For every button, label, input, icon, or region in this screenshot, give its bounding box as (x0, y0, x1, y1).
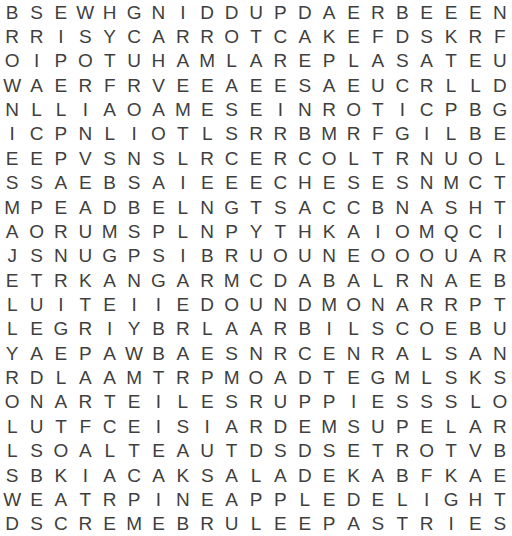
grid-cell[interactable]: L (244, 463, 268, 487)
grid-cell[interactable]: H (463, 195, 487, 219)
grid-cell[interactable]: N (317, 244, 341, 268)
grid-cell[interactable]: B (146, 341, 170, 365)
grid-cell[interactable]: A (98, 365, 122, 389)
grid-cell[interactable]: S (0, 463, 24, 487)
grid-cell[interactable]: E (0, 146, 24, 170)
grid-cell[interactable]: A (219, 414, 243, 438)
grid-cell[interactable]: C (268, 171, 292, 195)
grid-cell[interactable]: R (317, 97, 341, 121)
grid-cell[interactable]: E (268, 73, 292, 97)
grid-cell[interactable]: E (293, 414, 317, 438)
grid-cell[interactable]: S (122, 171, 146, 195)
grid-cell[interactable]: A (439, 268, 463, 292)
grid-cell[interactable]: E (463, 49, 487, 73)
grid-cell[interactable]: A (0, 219, 24, 243)
grid-cell[interactable]: P (268, 487, 292, 511)
grid-cell[interactable]: P (293, 390, 317, 414)
grid-cell[interactable]: N (24, 390, 48, 414)
grid-cell[interactable]: A (268, 463, 292, 487)
grid-cell[interactable]: A (219, 317, 243, 341)
grid-cell[interactable]: E (293, 512, 317, 536)
grid-cell[interactable]: R (73, 512, 97, 536)
grid-cell[interactable]: O (24, 219, 48, 243)
grid-cell[interactable]: T (317, 365, 341, 389)
grid-cell[interactable]: D (195, 292, 219, 316)
grid-cell[interactable]: L (439, 414, 463, 438)
grid-cell[interactable]: I (146, 390, 170, 414)
grid-cell[interactable]: H (293, 219, 317, 243)
grid-cell[interactable]: S (341, 414, 365, 438)
grid-cell[interactable]: P (244, 487, 268, 511)
grid-cell[interactable]: S (439, 365, 463, 389)
grid-cell[interactable]: M (317, 292, 341, 316)
grid-cell[interactable]: W (73, 0, 97, 24)
grid-cell[interactable]: E (341, 439, 365, 463)
grid-cell[interactable]: G (488, 97, 512, 121)
grid-cell[interactable]: G (98, 244, 122, 268)
grid-cell[interactable]: I (171, 244, 195, 268)
grid-cell[interactable]: A (414, 49, 438, 73)
grid-cell[interactable]: T (439, 439, 463, 463)
grid-cell[interactable]: I (439, 512, 463, 536)
grid-cell[interactable]: E (171, 292, 195, 316)
grid-cell[interactable]: U (73, 244, 97, 268)
grid-cell[interactable]: K (317, 24, 341, 48)
grid-cell[interactable]: E (414, 0, 438, 24)
grid-cell[interactable]: S (439, 195, 463, 219)
grid-cell[interactable]: P (317, 49, 341, 73)
grid-cell[interactable]: E (366, 487, 390, 511)
grid-cell[interactable]: S (0, 171, 24, 195)
grid-cell[interactable]: A (98, 268, 122, 292)
grid-cell[interactable]: U (24, 292, 48, 316)
grid-cell[interactable]: E (293, 49, 317, 73)
grid-cell[interactable]: E (195, 341, 219, 365)
grid-cell[interactable]: S (219, 122, 243, 146)
grid-cell[interactable]: I (24, 49, 48, 73)
grid-cell[interactable]: R (414, 512, 438, 536)
grid-cell[interactable]: E (244, 146, 268, 170)
grid-cell[interactable]: T (73, 487, 97, 511)
grid-cell[interactable]: S (439, 390, 463, 414)
grid-cell[interactable]: E (317, 341, 341, 365)
grid-cell[interactable]: E (244, 73, 268, 97)
grid-cell[interactable]: D (195, 0, 219, 24)
grid-cell[interactable]: L (244, 512, 268, 536)
grid-cell[interactable]: A (219, 73, 243, 97)
grid-cell[interactable]: D (268, 414, 292, 438)
grid-cell[interactable]: I (146, 414, 170, 438)
grid-cell[interactable]: A (219, 463, 243, 487)
grid-cell[interactable]: K (463, 365, 487, 389)
grid-cell[interactable]: B (24, 463, 48, 487)
grid-cell[interactable]: U (488, 49, 512, 73)
grid-cell[interactable]: I (122, 122, 146, 146)
grid-cell[interactable]: C (414, 97, 438, 121)
grid-cell[interactable]: S (390, 49, 414, 73)
grid-cell[interactable]: N (488, 0, 512, 24)
grid-cell[interactable]: R (49, 219, 73, 243)
grid-cell[interactable]: S (317, 439, 341, 463)
grid-cell[interactable]: B (293, 317, 317, 341)
grid-cell[interactable]: G (390, 122, 414, 146)
grid-cell[interactable]: R (122, 73, 146, 97)
grid-cell[interactable]: T (98, 390, 122, 414)
grid-cell[interactable]: C (122, 24, 146, 48)
grid-cell[interactable]: R (390, 146, 414, 170)
grid-cell[interactable]: T (488, 487, 512, 511)
grid-cell[interactable]: A (49, 171, 73, 195)
grid-cell[interactable]: Y (122, 317, 146, 341)
grid-cell[interactable]: D (293, 365, 317, 389)
grid-cell[interactable]: A (463, 463, 487, 487)
grid-cell[interactable]: H (146, 49, 170, 73)
grid-cell[interactable]: D (341, 487, 365, 511)
grid-cell[interactable]: C (98, 414, 122, 438)
grid-cell[interactable]: R (268, 122, 292, 146)
grid-cell[interactable]: N (414, 146, 438, 170)
grid-cell[interactable]: R (268, 49, 292, 73)
grid-cell[interactable]: A (171, 268, 195, 292)
grid-cell[interactable]: D (293, 463, 317, 487)
grid-cell[interactable]: N (414, 171, 438, 195)
grid-cell[interactable]: R (98, 487, 122, 511)
grid-cell[interactable]: L (439, 122, 463, 146)
grid-cell[interactable]: Y (98, 24, 122, 48)
grid-cell[interactable]: A (414, 195, 438, 219)
grid-cell[interactable]: L (195, 317, 219, 341)
grid-cell[interactable]: A (244, 49, 268, 73)
grid-cell[interactable]: O (488, 390, 512, 414)
grid-cell[interactable]: L (171, 195, 195, 219)
grid-cell[interactable]: P (73, 341, 97, 365)
grid-cell[interactable]: K (341, 463, 365, 487)
grid-cell[interactable]: S (414, 24, 438, 48)
grid-cell[interactable]: U (122, 49, 146, 73)
grid-cell[interactable]: E (195, 97, 219, 121)
grid-cell[interactable]: L (171, 390, 195, 414)
grid-cell[interactable]: R (244, 414, 268, 438)
grid-cell[interactable]: O (390, 244, 414, 268)
grid-cell[interactable]: L (219, 49, 243, 73)
grid-cell[interactable]: E (341, 0, 365, 24)
grid-cell[interactable]: A (293, 268, 317, 292)
grid-cell[interactable]: Y (0, 341, 24, 365)
grid-cell[interactable]: A (293, 195, 317, 219)
grid-cell[interactable]: R (171, 317, 195, 341)
grid-cell[interactable]: U (268, 390, 292, 414)
grid-cell[interactable]: S (24, 0, 48, 24)
grid-cell[interactable]: P (146, 219, 170, 243)
grid-cell[interactable]: O (49, 439, 73, 463)
grid-cell[interactable]: S (366, 317, 390, 341)
grid-cell[interactable]: P (122, 487, 146, 511)
grid-cell[interactable]: I (390, 97, 414, 121)
grid-cell[interactable]: T (24, 268, 48, 292)
grid-cell[interactable]: K (317, 219, 341, 243)
grid-cell[interactable]: V (146, 73, 170, 97)
grid-cell[interactable]: A (171, 341, 195, 365)
grid-cell[interactable]: P (49, 122, 73, 146)
grid-cell[interactable]: R (390, 439, 414, 463)
grid-cell[interactable]: E (341, 244, 365, 268)
grid-cell[interactable]: M (219, 365, 243, 389)
grid-cell[interactable]: C (219, 146, 243, 170)
grid-cell[interactable]: A (146, 171, 170, 195)
grid-cell[interactable]: A (146, 24, 170, 48)
grid-cell[interactable]: E (488, 122, 512, 146)
grid-cell[interactable]: I (488, 219, 512, 243)
grid-cell[interactable]: M (171, 97, 195, 121)
grid-cell[interactable]: T (366, 146, 390, 170)
grid-cell[interactable]: M (317, 414, 341, 438)
grid-cell[interactable]: U (366, 414, 390, 438)
grid-cell[interactable]: E (317, 171, 341, 195)
grid-cell[interactable]: E (463, 512, 487, 536)
grid-cell[interactable]: I (171, 171, 195, 195)
grid-cell[interactable]: S (195, 463, 219, 487)
grid-cell[interactable]: N (414, 268, 438, 292)
grid-cell[interactable]: C (268, 24, 292, 48)
grid-cell[interactable]: L (341, 317, 365, 341)
grid-cell[interactable]: R (244, 390, 268, 414)
grid-cell[interactable]: A (98, 463, 122, 487)
grid-cell[interactable]: O (341, 97, 365, 121)
grid-cell[interactable]: E (146, 195, 170, 219)
grid-cell[interactable]: D (24, 365, 48, 389)
grid-cell[interactable]: D (488, 73, 512, 97)
grid-cell[interactable]: A (341, 219, 365, 243)
grid-cell[interactable]: R (195, 268, 219, 292)
grid-cell[interactable]: U (24, 414, 48, 438)
grid-cell[interactable]: L (49, 97, 73, 121)
grid-cell[interactable]: T (244, 24, 268, 48)
grid-cell[interactable]: S (219, 97, 243, 121)
grid-cell[interactable]: O (244, 365, 268, 389)
grid-cell[interactable]: D (293, 292, 317, 316)
grid-cell[interactable]: U (244, 244, 268, 268)
grid-cell[interactable]: C (122, 463, 146, 487)
grid-cell[interactable]: A (390, 341, 414, 365)
grid-cell[interactable]: U (73, 219, 97, 243)
grid-cell[interactable]: P (439, 97, 463, 121)
grid-cell[interactable]: R (463, 24, 487, 48)
grid-cell[interactable]: R (171, 365, 195, 389)
grid-cell[interactable]: E (366, 390, 390, 414)
grid-cell[interactable]: T (268, 219, 292, 243)
grid-cell[interactable]: C (244, 268, 268, 292)
grid-cell[interactable]: K (439, 24, 463, 48)
grid-cell[interactable]: R (195, 146, 219, 170)
grid-cell[interactable]: D (98, 195, 122, 219)
grid-cell[interactable]: U (244, 0, 268, 24)
grid-cell[interactable]: A (98, 341, 122, 365)
grid-cell[interactable]: O (0, 49, 24, 73)
grid-cell[interactable]: E (341, 73, 365, 97)
grid-cell[interactable]: R (414, 73, 438, 97)
grid-cell[interactable]: R (24, 24, 48, 48)
grid-cell[interactable]: T (98, 49, 122, 73)
grid-cell[interactable]: I (0, 122, 24, 146)
grid-cell[interactable]: U (439, 244, 463, 268)
grid-cell[interactable]: R (219, 244, 243, 268)
grid-cell[interactable]: C (293, 146, 317, 170)
grid-cell[interactable]: R (341, 122, 365, 146)
grid-cell[interactable]: L (171, 146, 195, 170)
grid-cell[interactable]: D (268, 268, 292, 292)
grid-cell[interactable]: B (390, 0, 414, 24)
grid-cell[interactable]: A (341, 512, 365, 536)
grid-cell[interactable]: A (219, 487, 243, 511)
grid-cell[interactable]: L (49, 365, 73, 389)
grid-cell[interactable]: L (366, 268, 390, 292)
grid-cell[interactable]: S (171, 414, 195, 438)
grid-cell[interactable]: L (390, 487, 414, 511)
grid-cell[interactable]: S (146, 244, 170, 268)
grid-cell[interactable]: S (73, 24, 97, 48)
grid-cell[interactable]: S (146, 146, 170, 170)
grid-cell[interactable]: R (0, 24, 24, 48)
grid-cell[interactable]: M (390, 365, 414, 389)
grid-cell[interactable]: E (219, 171, 243, 195)
grid-cell[interactable]: N (268, 292, 292, 316)
grid-cell[interactable]: E (49, 0, 73, 24)
grid-cell[interactable]: I (414, 487, 438, 511)
grid-cell[interactable]: I (366, 219, 390, 243)
grid-cell[interactable]: D (219, 0, 243, 24)
grid-cell[interactable]: E (317, 487, 341, 511)
grid-cell[interactable]: E (49, 195, 73, 219)
grid-cell[interactable]: F (488, 24, 512, 48)
grid-cell[interactable]: P (49, 49, 73, 73)
grid-cell[interactable]: R (366, 0, 390, 24)
grid-cell[interactable]: C (24, 122, 48, 146)
grid-cell[interactable]: E (73, 171, 97, 195)
grid-cell[interactable]: R (73, 317, 97, 341)
grid-cell[interactable]: O (390, 219, 414, 243)
grid-cell[interactable]: S (341, 171, 365, 195)
grid-cell[interactable]: O (219, 24, 243, 48)
grid-cell[interactable]: E (98, 512, 122, 536)
grid-cell[interactable]: M (98, 219, 122, 243)
grid-cell[interactable]: B (463, 122, 487, 146)
grid-cell[interactable]: N (171, 487, 195, 511)
grid-cell[interactable]: B (122, 195, 146, 219)
grid-cell[interactable]: A (293, 24, 317, 48)
grid-cell[interactable]: O (146, 122, 170, 146)
grid-cell[interactable]: S (439, 341, 463, 365)
grid-cell[interactable]: B (195, 244, 219, 268)
grid-cell[interactable]: I (195, 414, 219, 438)
grid-cell[interactable]: L (341, 49, 365, 73)
grid-cell[interactable]: O (414, 244, 438, 268)
grid-cell[interactable]: E (463, 0, 487, 24)
grid-cell[interactable]: O (414, 317, 438, 341)
grid-cell[interactable]: E (463, 268, 487, 292)
grid-cell[interactable]: S (390, 171, 414, 195)
grid-cell[interactable]: R (268, 341, 292, 365)
grid-cell[interactable]: E (49, 73, 73, 97)
grid-cell[interactable]: I (171, 0, 195, 24)
grid-cell[interactable]: E (195, 390, 219, 414)
grid-cell[interactable]: R (268, 317, 292, 341)
grid-cell[interactable]: S (390, 390, 414, 414)
grid-cell[interactable]: M (414, 219, 438, 243)
grid-cell[interactable]: F (366, 122, 390, 146)
grid-cell[interactable]: T (49, 414, 73, 438)
grid-cell[interactable]: P (24, 195, 48, 219)
grid-cell[interactable]: G (49, 317, 73, 341)
grid-cell[interactable]: R (73, 73, 97, 97)
grid-cell[interactable]: A (366, 463, 390, 487)
grid-cell[interactable]: C (463, 171, 487, 195)
grid-cell[interactable]: A (463, 414, 487, 438)
grid-cell[interactable]: T (390, 512, 414, 536)
grid-cell[interactable]: U (219, 512, 243, 536)
grid-cell[interactable]: B (146, 317, 170, 341)
grid-cell[interactable]: F (98, 73, 122, 97)
grid-cell[interactable]: R (268, 146, 292, 170)
grid-cell[interactable]: A (73, 439, 97, 463)
grid-cell[interactable]: S (268, 195, 292, 219)
grid-cell[interactable]: U (366, 73, 390, 97)
grid-cell[interactable]: O (73, 49, 97, 73)
grid-cell[interactable]: E (195, 487, 219, 511)
grid-cell[interactable]: I (49, 292, 73, 316)
grid-cell[interactable]: S (219, 390, 243, 414)
grid-cell[interactable]: E (244, 171, 268, 195)
grid-cell[interactable]: A (341, 268, 365, 292)
grid-cell[interactable]: E (317, 463, 341, 487)
grid-cell[interactable]: K (171, 463, 195, 487)
grid-cell[interactable]: A (73, 195, 97, 219)
grid-cell[interactable]: E (341, 24, 365, 48)
grid-cell[interactable]: S (24, 439, 48, 463)
grid-cell[interactable]: N (49, 244, 73, 268)
grid-cell[interactable]: L (439, 73, 463, 97)
grid-cell[interactable]: A (171, 439, 195, 463)
grid-cell[interactable]: A (49, 487, 73, 511)
grid-cell[interactable]: G (219, 195, 243, 219)
grid-cell[interactable]: R (414, 292, 438, 316)
grid-cell[interactable]: B (98, 171, 122, 195)
grid-cell[interactable]: I (49, 24, 73, 48)
grid-cell[interactable]: E (24, 317, 48, 341)
grid-cell[interactable]: T (122, 439, 146, 463)
grid-cell[interactable]: N (488, 341, 512, 365)
grid-cell[interactable]: D (244, 439, 268, 463)
grid-cell[interactable]: U (439, 146, 463, 170)
grid-cell[interactable]: L (0, 292, 24, 316)
grid-cell[interactable]: L (0, 414, 24, 438)
grid-cell[interactable]: R (195, 24, 219, 48)
grid-cell[interactable]: D (0, 512, 24, 536)
grid-cell[interactable]: E (122, 414, 146, 438)
grid-cell[interactable]: L (24, 97, 48, 121)
grid-cell[interactable]: B (171, 512, 195, 536)
grid-cell[interactable]: B (463, 317, 487, 341)
grid-cell[interactable]: L (414, 365, 438, 389)
grid-cell[interactable]: A (171, 49, 195, 73)
grid-cell[interactable]: W (122, 341, 146, 365)
grid-cell[interactable]: A (49, 390, 73, 414)
grid-cell[interactable]: K (439, 463, 463, 487)
grid-cell[interactable]: A (146, 463, 170, 487)
grid-cell[interactable]: A (390, 292, 414, 316)
grid-cell[interactable]: R (366, 341, 390, 365)
grid-cell[interactable]: O (268, 244, 292, 268)
grid-cell[interactable]: S (488, 365, 512, 389)
